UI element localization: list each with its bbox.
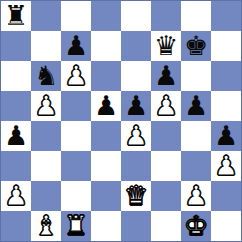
square-d1[interactable] bbox=[91, 211, 121, 241]
square-h6[interactable] bbox=[211, 61, 241, 91]
square-b2[interactable] bbox=[31, 181, 61, 211]
square-a6[interactable] bbox=[1, 61, 31, 91]
square-f1[interactable] bbox=[151, 211, 181, 241]
black-pawn-icon: ♟ bbox=[94, 92, 118, 119]
white-pawn-icon: ♟ bbox=[184, 182, 208, 209]
square-g7[interactable]: ♚ bbox=[181, 31, 211, 61]
black-knight-icon: ♞ bbox=[34, 62, 58, 89]
square-e4[interactable]: ♟ bbox=[121, 121, 151, 151]
black-king-icon: ♚ bbox=[184, 32, 208, 59]
square-c1[interactable]: ♜ bbox=[61, 211, 91, 241]
square-e2[interactable]: ♛ bbox=[121, 181, 151, 211]
square-e8[interactable] bbox=[121, 1, 151, 31]
white-pawn-icon: ♟ bbox=[214, 152, 238, 179]
square-c6[interactable]: ♟ bbox=[61, 61, 91, 91]
white-king-icon: ♚ bbox=[184, 212, 208, 239]
square-f5[interactable]: ♟ bbox=[151, 91, 181, 121]
black-pawn-icon: ♟ bbox=[64, 32, 88, 59]
square-g2[interactable]: ♟ bbox=[181, 181, 211, 211]
black-pawn-icon: ♟ bbox=[124, 92, 148, 119]
white-queen-icon: ♛ bbox=[124, 182, 148, 209]
white-pawn-icon: ♟ bbox=[124, 122, 148, 149]
square-h1[interactable] bbox=[211, 211, 241, 241]
white-pawn-icon: ♟ bbox=[64, 62, 88, 89]
square-f2[interactable] bbox=[151, 181, 181, 211]
chess-board: ♜♟♛♚♞♟♟♟♟♟♟♟♟♟♟♟♟♛♟♝♜♚ bbox=[0, 0, 242, 242]
black-pawn-icon: ♟ bbox=[184, 92, 208, 119]
white-pawn-icon: ♟ bbox=[34, 92, 58, 119]
square-d7[interactable] bbox=[91, 31, 121, 61]
square-h8[interactable] bbox=[211, 1, 241, 31]
black-pawn-icon: ♟ bbox=[214, 122, 238, 149]
square-h4[interactable]: ♟ bbox=[211, 121, 241, 151]
square-h2[interactable] bbox=[211, 181, 241, 211]
square-h3[interactable]: ♟ bbox=[211, 151, 241, 181]
square-c8[interactable] bbox=[61, 1, 91, 31]
black-pawn-icon: ♟ bbox=[154, 62, 178, 89]
white-rook-icon: ♜ bbox=[64, 212, 88, 239]
square-f3[interactable] bbox=[151, 151, 181, 181]
square-f6[interactable]: ♟ bbox=[151, 61, 181, 91]
square-d6[interactable] bbox=[91, 61, 121, 91]
square-e5[interactable]: ♟ bbox=[121, 91, 151, 121]
square-g5[interactable]: ♟ bbox=[181, 91, 211, 121]
square-g6[interactable] bbox=[181, 61, 211, 91]
square-e7[interactable] bbox=[121, 31, 151, 61]
square-a5[interactable] bbox=[1, 91, 31, 121]
square-h7[interactable] bbox=[211, 31, 241, 61]
square-b3[interactable] bbox=[31, 151, 61, 181]
square-c4[interactable] bbox=[61, 121, 91, 151]
black-rook-icon: ♜ bbox=[4, 2, 28, 29]
square-g8[interactable] bbox=[181, 1, 211, 31]
square-h5[interactable] bbox=[211, 91, 241, 121]
white-bishop-icon: ♝ bbox=[34, 212, 58, 239]
square-f8[interactable] bbox=[151, 1, 181, 31]
square-g4[interactable] bbox=[181, 121, 211, 151]
square-b6[interactable]: ♞ bbox=[31, 61, 61, 91]
square-c7[interactable]: ♟ bbox=[61, 31, 91, 61]
square-a3[interactable] bbox=[1, 151, 31, 181]
square-a2[interactable]: ♟ bbox=[1, 181, 31, 211]
square-d2[interactable] bbox=[91, 181, 121, 211]
square-b8[interactable] bbox=[31, 1, 61, 31]
square-c3[interactable] bbox=[61, 151, 91, 181]
square-e3[interactable] bbox=[121, 151, 151, 181]
square-d3[interactable] bbox=[91, 151, 121, 181]
square-a8[interactable]: ♜ bbox=[1, 1, 31, 31]
square-b5[interactable]: ♟ bbox=[31, 91, 61, 121]
square-f7[interactable]: ♛ bbox=[151, 31, 181, 61]
square-d5[interactable]: ♟ bbox=[91, 91, 121, 121]
square-e1[interactable] bbox=[121, 211, 151, 241]
black-queen-icon: ♛ bbox=[154, 32, 178, 59]
square-d4[interactable] bbox=[91, 121, 121, 151]
square-b4[interactable] bbox=[31, 121, 61, 151]
square-c2[interactable] bbox=[61, 181, 91, 211]
square-b1[interactable]: ♝ bbox=[31, 211, 61, 241]
white-pawn-icon: ♟ bbox=[4, 182, 28, 209]
chess-board-container: ♜♟♛♚♞♟♟♟♟♟♟♟♟♟♟♟♟♛♟♝♜♚ bbox=[0, 0, 242, 242]
square-f4[interactable] bbox=[151, 121, 181, 151]
black-pawn-icon: ♟ bbox=[4, 122, 28, 149]
square-g3[interactable] bbox=[181, 151, 211, 181]
square-b7[interactable] bbox=[31, 31, 61, 61]
square-a4[interactable]: ♟ bbox=[1, 121, 31, 151]
square-g1[interactable]: ♚ bbox=[181, 211, 211, 241]
square-a7[interactable] bbox=[1, 31, 31, 61]
square-e6[interactable] bbox=[121, 61, 151, 91]
square-d8[interactable] bbox=[91, 1, 121, 31]
white-pawn-icon: ♟ bbox=[154, 92, 178, 119]
square-a1[interactable] bbox=[1, 211, 31, 241]
square-c5[interactable] bbox=[61, 91, 91, 121]
